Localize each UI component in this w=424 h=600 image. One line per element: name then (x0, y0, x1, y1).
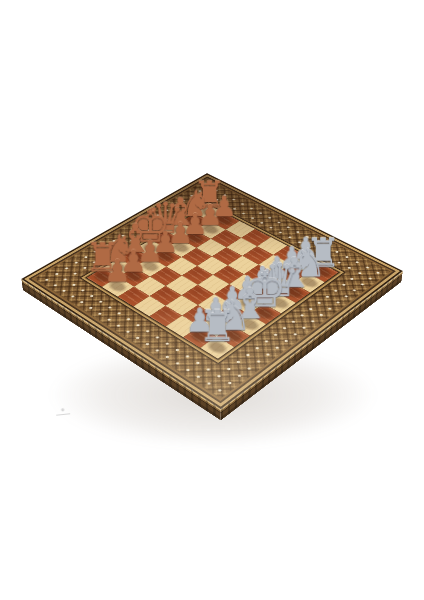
watermark-artifact (56, 407, 71, 417)
chess-piece-copper-p: ♟ (104, 256, 131, 286)
scene: ♜♞♝♛♚♝♞♜♟♟♟♟♟♟♟♟♟♟♟♟♟♟♟♟♜♞♝♛♚♝♞♜ (0, 0, 424, 600)
product-photo: ♜♞♝♛♚♝♞♜♟♟♟♟♟♟♟♟♟♟♟♟♟♟♟♟♜♞♝♛♚♝♞♜ (0, 0, 424, 600)
playing-field: ♜♞♝♛♚♝♞♜♟♟♟♟♟♟♟♟♟♟♟♟♟♟♟♟♜♞♝♛♚♝♞♜ (87, 205, 339, 359)
chess-piece-silver-r: ♜ (198, 304, 237, 347)
